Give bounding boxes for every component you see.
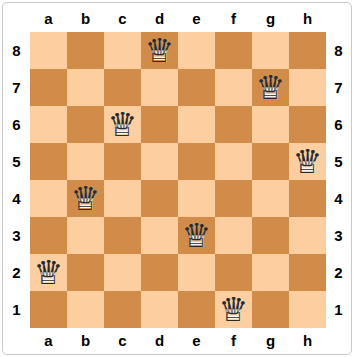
queen-crown-dark: ♛: [252, 69, 289, 106]
rank-label-right-7: 7: [326, 69, 351, 106]
file-label-top-b: b: [67, 4, 104, 32]
queen-crown-dark: ♛: [141, 32, 178, 69]
square-g7[interactable]: ♛♛♕: [252, 69, 289, 106]
chess-board: abcdefgh8♛♛♕87♛♛♕76♛♛♕65♛♛♕54♛♛♕43♛♛♕32♛…: [3, 4, 351, 353]
square-h6[interactable]: [289, 106, 326, 143]
queen-outline: ♕: [178, 217, 215, 254]
corner-spacer: [3, 328, 30, 353]
square-e6[interactable]: [178, 106, 215, 143]
square-e7[interactable]: [178, 69, 215, 106]
queen-outline: ♕: [215, 291, 252, 328]
queen-body-fill: ♛: [215, 291, 252, 328]
queen-outline: ♕: [141, 32, 178, 69]
white-queen[interactable]: ♛♛♕: [67, 180, 104, 217]
square-d5[interactable]: [141, 143, 178, 180]
square-g3[interactable]: [252, 217, 289, 254]
queen-crown-dark: ♛: [289, 143, 326, 180]
square-f4[interactable]: [215, 180, 252, 217]
square-f6[interactable]: [215, 106, 252, 143]
white-queen[interactable]: ♛♛♕: [178, 217, 215, 254]
square-e8[interactable]: [178, 32, 215, 69]
square-c4[interactable]: [104, 180, 141, 217]
square-c8[interactable]: [104, 32, 141, 69]
file-label-top-d: d: [141, 4, 178, 32]
file-label-top-a: a: [30, 4, 67, 32]
rank-label-left-3: 3: [3, 217, 30, 254]
queen-crown-dark: ♛: [215, 291, 252, 328]
square-f5[interactable]: [215, 143, 252, 180]
queen-body-fill: ♛: [104, 106, 141, 143]
rank-label-left-8: 8: [3, 32, 30, 69]
square-h7[interactable]: [289, 69, 326, 106]
white-queen[interactable]: ♛♛♕: [104, 106, 141, 143]
file-label-top-c: c: [104, 4, 141, 32]
square-h8[interactable]: [289, 32, 326, 69]
square-c1[interactable]: [104, 291, 141, 328]
square-b1[interactable]: [67, 291, 104, 328]
square-b3[interactable]: [67, 217, 104, 254]
square-d8[interactable]: ♛♛♕: [141, 32, 178, 69]
square-g6[interactable]: [252, 106, 289, 143]
file-label-bottom-g: g: [252, 328, 289, 353]
file-label-bottom-d: d: [141, 328, 178, 353]
queen-outline: ♕: [289, 143, 326, 180]
square-g1[interactable]: [252, 291, 289, 328]
queen-body-fill: ♛: [289, 143, 326, 180]
square-g5[interactable]: [252, 143, 289, 180]
square-a1[interactable]: [30, 291, 67, 328]
queen-crown-dark: ♛: [178, 217, 215, 254]
square-b4[interactable]: ♛♛♕: [67, 180, 104, 217]
square-d7[interactable]: [141, 69, 178, 106]
queen-crown-dark: ♛: [30, 254, 67, 291]
white-queen[interactable]: ♛♛♕: [289, 143, 326, 180]
white-queen[interactable]: ♛♛♕: [141, 32, 178, 69]
square-e4[interactable]: [178, 180, 215, 217]
queen-body-fill: ♛: [141, 32, 178, 69]
queen-outline: ♕: [67, 180, 104, 217]
square-h4[interactable]: [289, 180, 326, 217]
square-e2[interactable]: [178, 254, 215, 291]
queen-body-fill: ♛: [252, 69, 289, 106]
square-a8[interactable]: [30, 32, 67, 69]
square-b6[interactable]: [67, 106, 104, 143]
square-c5[interactable]: [104, 143, 141, 180]
file-label-bottom-h: h: [289, 328, 326, 353]
rank-label-right-2: 2: [326, 254, 351, 291]
square-b2[interactable]: [67, 254, 104, 291]
file-label-bottom-c: c: [104, 328, 141, 353]
square-d2[interactable]: [141, 254, 178, 291]
square-d4[interactable]: [141, 180, 178, 217]
file-label-top-g: g: [252, 4, 289, 32]
square-g8[interactable]: [252, 32, 289, 69]
file-label-bottom-f: f: [215, 328, 252, 353]
queen-body-fill: ♛: [30, 254, 67, 291]
square-f2[interactable]: [215, 254, 252, 291]
square-g4[interactable]: [252, 180, 289, 217]
square-c2[interactable]: [104, 254, 141, 291]
queen-crown-dark: ♛: [104, 106, 141, 143]
square-h3[interactable]: [289, 217, 326, 254]
square-e3[interactable]: ♛♛♕: [178, 217, 215, 254]
square-a6[interactable]: [30, 106, 67, 143]
square-a7[interactable]: [30, 69, 67, 106]
square-f1[interactable]: ♛♛♕: [215, 291, 252, 328]
rank-label-left-2: 2: [3, 254, 30, 291]
square-c3[interactable]: [104, 217, 141, 254]
square-a3[interactable]: [30, 217, 67, 254]
rank-label-left-7: 7: [3, 69, 30, 106]
rank-label-left-4: 4: [3, 180, 30, 217]
file-label-top-f: f: [215, 4, 252, 32]
square-f7[interactable]: [215, 69, 252, 106]
square-h1[interactable]: [289, 291, 326, 328]
queen-outline: ♕: [104, 106, 141, 143]
square-c6[interactable]: ♛♛♕: [104, 106, 141, 143]
rank-label-right-1: 1: [326, 291, 351, 328]
square-d3[interactable]: [141, 217, 178, 254]
white-queen[interactable]: ♛♛♕: [252, 69, 289, 106]
file-label-top-h: h: [289, 4, 326, 32]
square-c7[interactable]: [104, 69, 141, 106]
square-b5[interactable]: [67, 143, 104, 180]
file-label-bottom-e: e: [178, 328, 215, 353]
square-f8[interactable]: [215, 32, 252, 69]
queen-outline: ♕: [30, 254, 67, 291]
corner-spacer: [326, 328, 351, 353]
queen-body-fill: ♛: [178, 217, 215, 254]
square-a5[interactable]: [30, 143, 67, 180]
square-d6[interactable]: [141, 106, 178, 143]
board-frame: abcdefgh8♛♛♕87♛♛♕76♛♛♕65♛♛♕54♛♛♕43♛♛♕32♛…: [2, 2, 352, 355]
rank-label-left-1: 1: [3, 291, 30, 328]
rank-label-right-4: 4: [326, 180, 351, 217]
corner-spacer: [326, 4, 351, 32]
file-label-top-e: e: [178, 4, 215, 32]
rank-label-left-5: 5: [3, 143, 30, 180]
queen-body-fill: ♛: [67, 180, 104, 217]
square-a4[interactable]: [30, 180, 67, 217]
page-background: abcdefgh8♛♛♕87♛♛♕76♛♛♕65♛♛♕54♛♛♕43♛♛♕32♛…: [0, 0, 354, 357]
rank-label-right-6: 6: [326, 106, 351, 143]
square-h5[interactable]: ♛♛♕: [289, 143, 326, 180]
square-e5[interactable]: [178, 143, 215, 180]
corner-spacer: [3, 4, 30, 32]
square-a2[interactable]: ♛♛♕: [30, 254, 67, 291]
square-b7[interactable]: [67, 69, 104, 106]
queen-outline: ♕: [252, 69, 289, 106]
square-h2[interactable]: [289, 254, 326, 291]
square-d1[interactable]: [141, 291, 178, 328]
square-e1[interactable]: [178, 291, 215, 328]
rank-label-right-3: 3: [326, 217, 351, 254]
rank-label-right-5: 5: [326, 143, 351, 180]
rank-label-right-8: 8: [326, 32, 351, 69]
file-label-bottom-a: a: [30, 328, 67, 353]
square-b8[interactable]: [67, 32, 104, 69]
white-queen[interactable]: ♛♛♕: [215, 291, 252, 328]
rank-label-left-6: 6: [3, 106, 30, 143]
white-queen[interactable]: ♛♛♕: [30, 254, 67, 291]
square-f3[interactable]: [215, 217, 252, 254]
square-g2[interactable]: [252, 254, 289, 291]
queen-crown-dark: ♛: [67, 180, 104, 217]
file-label-bottom-b: b: [67, 328, 104, 353]
